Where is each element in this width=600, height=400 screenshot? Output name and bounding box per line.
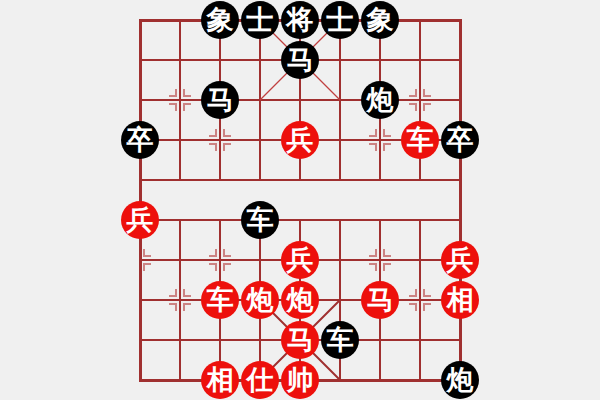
piece-glyph: 兵 (281, 121, 319, 159)
piece-glyph: 兵 (121, 201, 159, 239)
piece-black[interactable]: 士 (240, 0, 280, 40)
piece-black[interactable]: 将 (280, 0, 320, 40)
piece-glyph: 卒 (441, 121, 479, 159)
piece-glyph: 车 (321, 321, 359, 359)
piece-red[interactable]: 相 (200, 360, 240, 400)
piece-red[interactable]: 仕 (240, 360, 280, 400)
piece-red[interactable]: 兵 (280, 120, 320, 160)
piece-red[interactable]: 车 (200, 280, 240, 320)
piece-glyph: 相 (441, 281, 479, 319)
piece-black[interactable]: 车 (240, 200, 280, 240)
piece-glyph: 炮 (281, 281, 319, 319)
piece-black[interactable]: 卒 (120, 120, 160, 160)
piece-red[interactable]: 马 (280, 320, 320, 360)
piece-glyph: 马 (361, 281, 399, 319)
piece-glyph: 车 (201, 281, 239, 319)
xiangqi-board: 象士将士象马马炮卒兵车卒兵车兵兵车炮炮马相马车相仕帅炮 (0, 0, 600, 400)
piece-red[interactable]: 相 (440, 280, 480, 320)
piece-red[interactable]: 炮 (240, 280, 280, 320)
piece-glyph: 炮 (241, 281, 279, 319)
piece-glyph: 士 (241, 1, 279, 39)
piece-black[interactable]: 炮 (360, 80, 400, 120)
piece-black[interactable]: 士 (320, 0, 360, 40)
piece-glyph: 炮 (441, 361, 479, 399)
piece-red[interactable]: 兵 (440, 240, 480, 280)
piece-black[interactable]: 车 (320, 320, 360, 360)
piece-black[interactable]: 炮 (440, 360, 480, 400)
piece-glyph: 士 (321, 1, 359, 39)
piece-glyph: 兵 (281, 241, 319, 279)
piece-glyph: 帅 (281, 361, 319, 399)
piece-black[interactable]: 马 (200, 80, 240, 120)
piece-glyph: 兵 (441, 241, 479, 279)
piece-glyph: 马 (201, 81, 239, 119)
piece-glyph: 将 (281, 1, 319, 39)
piece-black[interactable]: 象 (200, 0, 240, 40)
piece-glyph: 马 (281, 321, 319, 359)
piece-glyph: 马 (281, 41, 319, 79)
piece-red[interactable]: 马 (360, 280, 400, 320)
piece-red[interactable]: 车 (400, 120, 440, 160)
piece-red[interactable]: 兵 (280, 240, 320, 280)
piece-red[interactable]: 炮 (280, 280, 320, 320)
piece-glyph: 象 (201, 1, 239, 39)
piece-black[interactable]: 卒 (440, 120, 480, 160)
piece-glyph: 车 (241, 201, 279, 239)
piece-red[interactable]: 兵 (120, 200, 160, 240)
piece-glyph: 仕 (241, 361, 279, 399)
piece-glyph: 卒 (121, 121, 159, 159)
piece-glyph: 炮 (361, 81, 399, 119)
piece-black[interactable]: 象 (360, 0, 400, 40)
piece-black[interactable]: 马 (280, 40, 320, 80)
piece-glyph: 象 (361, 1, 399, 39)
piece-glyph: 相 (201, 361, 239, 399)
piece-red[interactable]: 帅 (280, 360, 320, 400)
pieces-layer: 象士将士象马马炮卒兵车卒兵车兵兵车炮炮马相马车相仕帅炮 (120, 0, 480, 400)
piece-glyph: 车 (401, 121, 439, 159)
